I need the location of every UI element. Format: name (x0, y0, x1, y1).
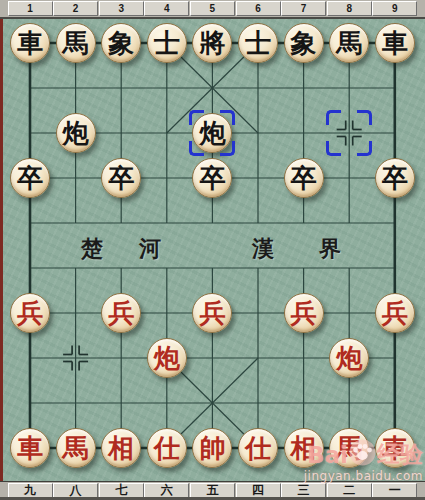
piece-black-cannon[interactable]: 炮 (56, 113, 96, 153)
file-label-top-2: 2 (53, 1, 98, 16)
piece-black-rook[interactable]: 車 (10, 23, 50, 63)
file-label-bottom-7: 三 (281, 483, 326, 498)
piece-black-soldier[interactable]: 卒 (10, 158, 50, 198)
piece-black-rook[interactable]: 車 (375, 23, 415, 63)
piece-black-horse[interactable]: 馬 (329, 23, 369, 63)
piece-black-advisor[interactable]: 士 (147, 23, 187, 63)
piece-red-horse[interactable]: 馬 (329, 428, 369, 468)
file-label-bottom-8: 二 (327, 483, 372, 498)
piece-red-soldier[interactable]: 兵 (10, 293, 50, 333)
file-label-top-1: 1 (8, 1, 53, 16)
board-grid (0, 0, 425, 500)
file-label-top-4: 4 (144, 1, 189, 16)
file-label-bottom-9: 一 (372, 483, 417, 498)
board-left-edge (0, 17, 3, 481)
file-labels-bottom: 九八七六五四三二一 (0, 481, 425, 498)
piece-red-cannon[interactable]: 炮 (329, 338, 369, 378)
file-label-bottom-6: 四 (236, 483, 281, 498)
piece-red-rook[interactable]: 車 (375, 428, 415, 468)
file-label-top-5: 5 (190, 1, 235, 16)
river-char-4: 界 (319, 234, 341, 264)
file-label-top-3: 3 (99, 1, 144, 16)
piece-black-soldier[interactable]: 卒 (101, 158, 141, 198)
piece-black-advisor[interactable]: 士 (238, 23, 278, 63)
xiangqi-app-window: 123456789 九八七六五四三二一 車馬象士將士象馬車炮炮卒卒卒卒卒兵兵兵兵… (0, 0, 425, 500)
piece-black-elephant[interactable]: 象 (101, 23, 141, 63)
file-label-top-7: 7 (281, 1, 326, 16)
piece-red-advisor[interactable]: 仕 (147, 428, 187, 468)
piece-red-horse[interactable]: 馬 (56, 428, 96, 468)
piece-black-horse[interactable]: 馬 (56, 23, 96, 63)
river-char-3: 漢 (252, 234, 274, 264)
river-char-2: 河 (139, 234, 161, 264)
piece-red-soldier[interactable]: 兵 (284, 293, 324, 333)
piece-black-elephant[interactable]: 象 (284, 23, 324, 63)
piece-red-cannon[interactable]: 炮 (147, 338, 187, 378)
file-label-top-8: 8 (327, 1, 372, 16)
file-label-bottom-2: 八 (53, 483, 98, 498)
piece-black-soldier[interactable]: 卒 (284, 158, 324, 198)
file-label-bottom-5: 五 (190, 483, 235, 498)
piece-black-soldier[interactable]: 卒 (375, 158, 415, 198)
file-label-top-9: 9 (372, 1, 417, 16)
river-char-1: 楚 (81, 234, 103, 264)
piece-red-soldier[interactable]: 兵 (101, 293, 141, 333)
file-label-bottom-1: 九 (8, 483, 53, 498)
file-label-bottom-3: 七 (99, 483, 144, 498)
piece-red-advisor[interactable]: 仕 (238, 428, 278, 468)
piece-red-rook[interactable]: 車 (10, 428, 50, 468)
piece-red-elephant[interactable]: 相 (284, 428, 324, 468)
file-labels-top: 123456789 (0, 0, 425, 19)
piece-red-elephant[interactable]: 相 (101, 428, 141, 468)
file-label-bottom-4: 六 (144, 483, 189, 498)
piece-red-soldier[interactable]: 兵 (375, 293, 415, 333)
file-label-top-6: 6 (236, 1, 281, 16)
